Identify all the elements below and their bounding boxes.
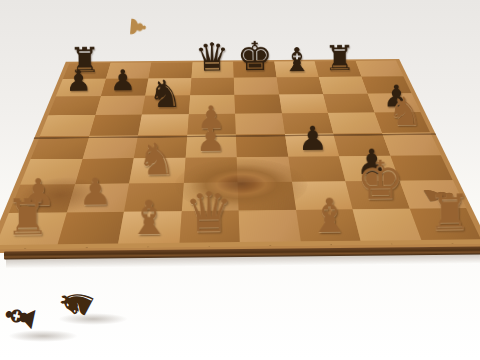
square-g6[interactable]: [323, 94, 374, 113]
square-g2[interactable]: ♚: [345, 181, 409, 210]
square-e8[interactable]: ♚: [233, 62, 276, 78]
square-c1[interactable]: ♝: [118, 211, 181, 243]
board-perspective-scene: ♜♛♚♝♜♟♟♞♟♟♞♟♟♞♟♟♟♚♟♜♝♛♝♜ ········: [0, 0, 480, 250]
square-g8[interactable]: ♜: [315, 61, 361, 77]
chess-board: ♜♛♚♝♜♟♟♞♟♟♞♟♟♞♟♟♟♚♟♜♝♛♝♜ ········: [0, 59, 480, 253]
square-c6[interactable]: ♞: [142, 95, 190, 114]
square-b4[interactable]: [82, 135, 138, 158]
captured-white-pawn-behind-board[interactable]: ♟: [126, 14, 149, 39]
captured-black-bishop[interactable]: ♝: [0, 295, 44, 340]
square-a6[interactable]: [48, 96, 100, 115]
photo-chess-scene: ♜♛♚♝♜♟♟♞♟♟♞♟♟♞♟♟♟♚♟♜♝♛♝♜ ········ ♝ ♞ ♟: [0, 0, 480, 360]
square-a5[interactable]: [40, 115, 95, 136]
square-f4[interactable]: ♟: [285, 133, 339, 156]
square-h8[interactable]: [355, 61, 403, 77]
black-knight-c6[interactable]: ♞: [148, 75, 182, 113]
black-rook-g8[interactable]: ♜: [324, 41, 355, 76]
white-pawn-b2[interactable]: ♟: [78, 173, 112, 211]
square-f6[interactable]: [279, 94, 328, 113]
rim-mark: ·: [269, 243, 272, 249]
white-pawn-d4[interactable]: ♟: [196, 123, 226, 157]
square-a7[interactable]: ♟: [56, 79, 106, 97]
square-f1[interactable]: ♝: [296, 209, 361, 241]
white-bishop-f1[interactable]: ♝: [308, 192, 351, 240]
white-rook-h1[interactable]: ♜: [428, 188, 472, 237]
rim-mark: ·: [329, 242, 333, 248]
square-f8[interactable]: ♝: [274, 61, 319, 77]
rim-mark: ·: [450, 241, 455, 247]
square-e7[interactable]: [234, 77, 279, 95]
white-rook-a1[interactable]: ♜: [4, 193, 49, 243]
square-g7[interactable]: [319, 77, 368, 95]
black-pawn-a7[interactable]: ♟: [65, 66, 91, 95]
rim-mark: ·: [390, 241, 395, 247]
white-queen-d1[interactable]: ♛: [184, 185, 234, 241]
square-e6[interactable]: [234, 95, 281, 114]
square-e4[interactable]: [236, 134, 288, 157]
white-knight-h5[interactable]: ♞: [387, 92, 423, 132]
square-e5[interactable]: [235, 113, 285, 134]
square-f7[interactable]: [276, 77, 323, 95]
square-b1[interactable]: [57, 212, 124, 244]
square-b7[interactable]: ♟: [101, 78, 149, 96]
black-queen-d8[interactable]: ♛: [195, 38, 230, 77]
square-d4[interactable]: ♟: [185, 134, 236, 157]
square-b6[interactable]: [95, 96, 145, 115]
black-pawn-f4[interactable]: ♟: [298, 122, 328, 156]
black-pawn-b7[interactable]: ♟: [110, 66, 136, 95]
square-a4[interactable]: [30, 136, 88, 159]
board-grid: ♜♛♚♝♜♟♟♞♟♟♞♟♟♞♟♟♟♚♟♜♝♛♝♜: [0, 61, 480, 245]
square-e1[interactable]: [239, 210, 301, 242]
square-g5[interactable]: [328, 112, 382, 133]
square-d1[interactable]: ♛: [179, 211, 240, 243]
white-bishop-c1[interactable]: ♝: [127, 194, 170, 242]
square-c5[interactable]: [138, 114, 188, 135]
white-knight-c3[interactable]: ♞: [136, 138, 176, 182]
square-g1[interactable]: [353, 209, 421, 241]
black-king-e8[interactable]: ♚: [236, 36, 272, 76]
square-h5[interactable]: ♞: [374, 112, 430, 133]
square-h1[interactable]: ♜: [409, 208, 480, 240]
square-d8[interactable]: ♛: [191, 62, 234, 78]
square-a1[interactable]: ♜: [0, 212, 66, 244]
black-bishop-f8[interactable]: ♝: [282, 43, 312, 76]
white-king-g2[interactable]: ♚: [356, 153, 405, 207]
square-d7[interactable]: [190, 78, 235, 96]
square-b5[interactable]: [89, 115, 142, 136]
